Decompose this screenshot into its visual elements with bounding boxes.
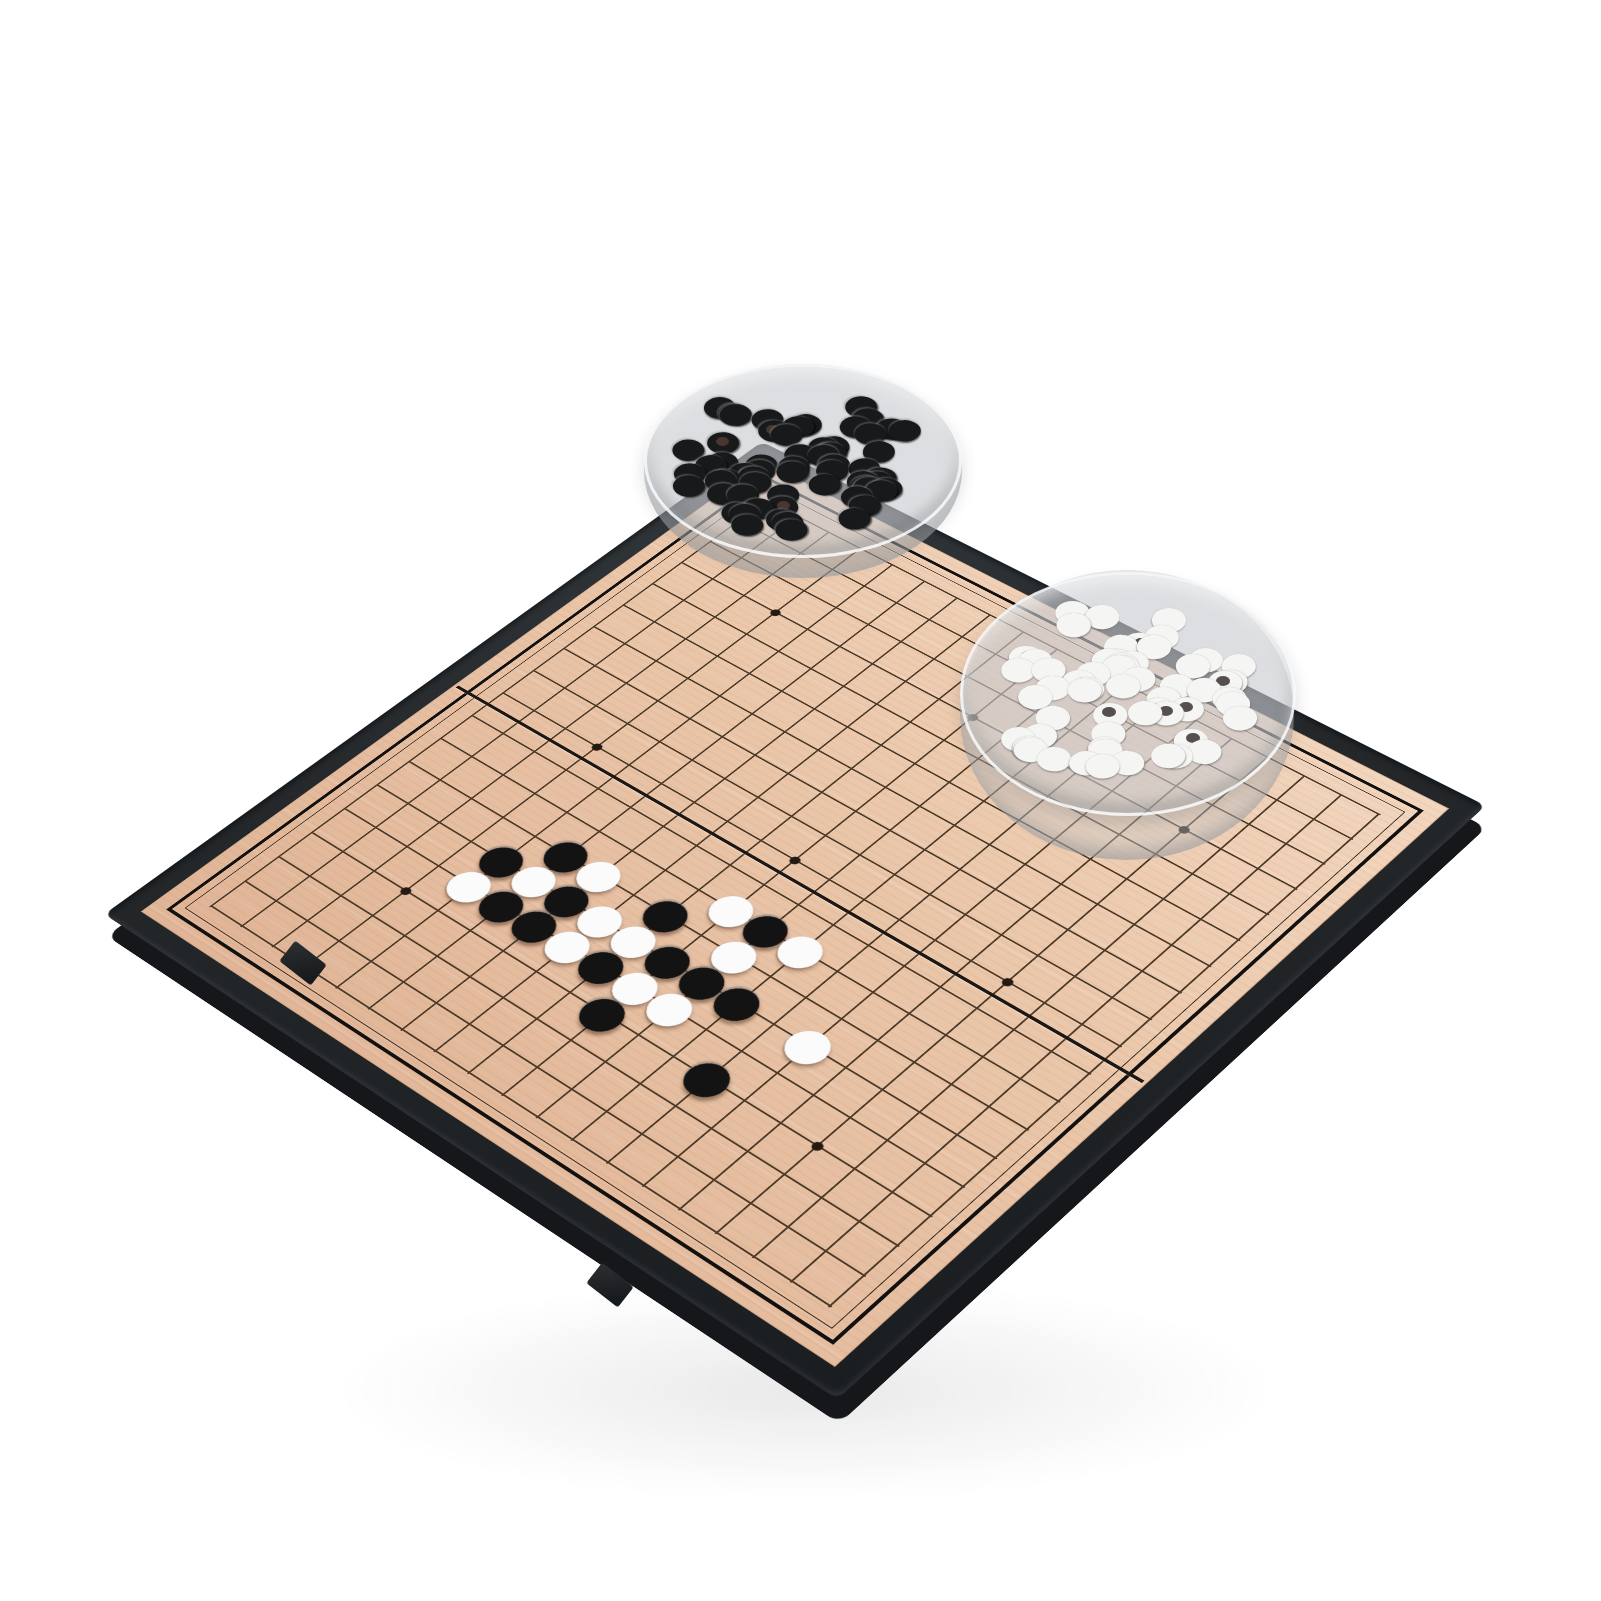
white-stone[interactable]: ● (695, 926, 779, 985)
grid-line (828, 814, 1380, 1308)
black-stone[interactable]: ● (562, 936, 646, 995)
white-stone[interactable]: ● (595, 911, 678, 969)
white-stone[interactable]: ● (529, 916, 612, 974)
white-stone-bowl[interactable]: ●●●●●●●●●●●●●●●●●●●●●●●●●●●●●●●●●●●●●●●●… (960, 570, 1294, 860)
white-stone[interactable]: ● (762, 920, 846, 978)
white-bowl-stone[interactable]: ● (1080, 748, 1126, 781)
white-stone[interactable]: ● (768, 1014, 854, 1075)
black-stone[interactable]: ● (496, 896, 579, 953)
black-stone[interactable]: ● (627, 886, 710, 943)
white-stone[interactable]: ● (630, 977, 715, 1037)
white-stone[interactable]: ● (562, 891, 645, 948)
white-stone[interactable]: ● (693, 880, 776, 937)
grid-line (278, 856, 900, 1247)
black-stone[interactable]: ● (727, 900, 810, 958)
black-stone[interactable]: ● (663, 951, 747, 1010)
scene: ●●●●●●●●●●●●●●●●●●●●●●●●● ●●●●●●●●●●●●●●… (0, 0, 1601, 1601)
star-point (596, 1008, 612, 1019)
black-stone[interactable]: ● (629, 931, 713, 990)
star-point (1000, 976, 1016, 987)
star-point (809, 1140, 826, 1152)
black-stone-bowl[interactable]: ●●●●●●●●●●●●●●●●●●●●●●●●●●●●●●●●●●●●●●●●… (644, 364, 962, 578)
white-stone[interactable]: ● (596, 956, 680, 1015)
black-stone[interactable]: ● (698, 972, 783, 1032)
black-stone[interactable]: ● (667, 1046, 753, 1108)
black-stone[interactable]: ● (563, 982, 648, 1042)
white-bowl-stone[interactable]: ● (1214, 697, 1266, 734)
